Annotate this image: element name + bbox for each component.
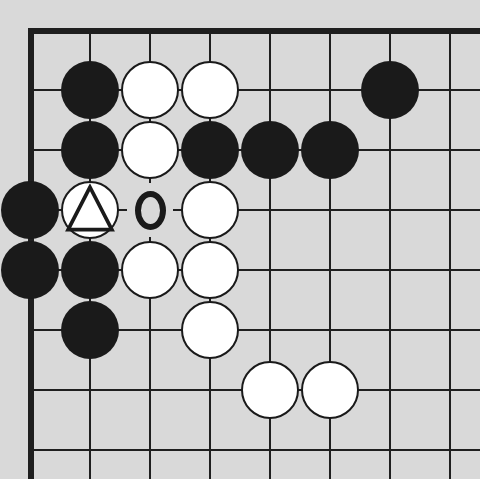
grid-line-v [149, 28, 151, 60]
board-point[interactable] [60, 360, 120, 420]
board-point[interactable] [120, 240, 180, 300]
grid-line-v [269, 300, 271, 360]
board-point[interactable] [180, 360, 240, 420]
black-stone [61, 61, 119, 119]
black-stone [1, 181, 59, 239]
grid-line-v [269, 28, 271, 60]
grid-line-v [28, 300, 34, 360]
board-point[interactable] [300, 60, 360, 120]
board-point[interactable] [240, 180, 300, 240]
grid-line-v [329, 180, 331, 240]
board-point[interactable] [120, 420, 180, 479]
board-point[interactable] [420, 300, 480, 360]
grid-line-v [329, 300, 331, 360]
grid-line-v [269, 420, 271, 479]
grid-line-v [269, 180, 271, 240]
board-point[interactable] [240, 0, 300, 60]
board-point[interactable] [360, 120, 420, 180]
grid-line-v [449, 300, 451, 360]
black-stone [301, 121, 359, 179]
board-point[interactable] [180, 180, 240, 240]
grid-line-v [389, 420, 391, 479]
white-stone [301, 361, 359, 419]
board-point[interactable] [180, 60, 240, 120]
board-point[interactable] [0, 420, 60, 479]
board-point[interactable] [420, 60, 480, 120]
board-point[interactable] [300, 0, 360, 60]
grid-line-v [449, 180, 451, 240]
grid-line-v [209, 420, 211, 479]
board-point[interactable] [0, 360, 60, 420]
grid-line-v [389, 120, 391, 180]
board-point[interactable] [0, 0, 60, 60]
go-board [0, 0, 480, 479]
grid-line-v [329, 420, 331, 479]
grid-line-v [449, 60, 451, 120]
board-point[interactable] [180, 0, 240, 60]
grid-line-v [329, 60, 331, 120]
board-point[interactable] [360, 240, 420, 300]
board-point[interactable] [420, 0, 480, 60]
grid-line-v [28, 120, 34, 180]
white-stone [181, 301, 239, 359]
board-point[interactable] [180, 120, 240, 180]
board-point[interactable] [60, 420, 120, 479]
black-stone [1, 241, 59, 299]
board-point[interactable] [60, 180, 120, 240]
white-stone [121, 241, 179, 299]
board-point[interactable] [300, 300, 360, 360]
grid-line-v [89, 28, 91, 60]
board-point[interactable] [0, 300, 60, 360]
grid-line-v [209, 360, 211, 420]
black-stone [61, 121, 119, 179]
grid-line-v [269, 240, 271, 300]
grid-line-v [449, 420, 451, 479]
board-point[interactable] [420, 240, 480, 300]
board-point[interactable] [60, 300, 120, 360]
board-point[interactable] [360, 180, 420, 240]
black-stone [61, 241, 119, 299]
board-point[interactable] [120, 180, 180, 240]
board-point[interactable] [120, 0, 180, 60]
grid-line-v [149, 300, 151, 360]
board-point[interactable] [60, 60, 120, 120]
board-point[interactable] [360, 60, 420, 120]
board-point[interactable] [0, 180, 60, 240]
white-stone [181, 241, 239, 299]
board-point[interactable] [300, 240, 360, 300]
white-stone [181, 181, 239, 239]
board-point[interactable] [120, 60, 180, 120]
grid-line-v [28, 60, 34, 120]
black-stone [241, 121, 299, 179]
white-stone-triangle-marked [61, 181, 119, 239]
board-point[interactable] [300, 360, 360, 420]
board-point[interactable] [420, 180, 480, 240]
board-point[interactable] [420, 120, 480, 180]
grid-line-v [89, 420, 91, 479]
board-point[interactable] [360, 360, 420, 420]
grid-line-v [149, 360, 151, 420]
black-stone [361, 61, 419, 119]
board-point[interactable] [180, 240, 240, 300]
board-point[interactable] [60, 120, 120, 180]
white-stone [181, 61, 239, 119]
board-point[interactable] [240, 360, 300, 420]
board-point[interactable] [0, 60, 60, 120]
grid-line-v [389, 240, 391, 300]
board-point[interactable] [240, 60, 300, 120]
white-stone [241, 361, 299, 419]
board-point[interactable] [180, 420, 240, 479]
grid-line-v [28, 420, 34, 479]
grid-line-v [449, 120, 451, 180]
board-point[interactable] [0, 240, 60, 300]
circle-mark-icon [127, 183, 173, 237]
grid-line-v [89, 360, 91, 420]
white-stone [121, 121, 179, 179]
board-point[interactable] [0, 120, 60, 180]
board-point[interactable] [300, 120, 360, 180]
board-point[interactable] [360, 0, 420, 60]
board-point[interactable] [240, 240, 300, 300]
board-point[interactable] [300, 180, 360, 240]
grid-line-v [28, 360, 34, 420]
board-point[interactable] [120, 360, 180, 420]
board-point[interactable] [180, 300, 240, 360]
grid-line-v [329, 28, 331, 60]
board-point[interactable] [360, 420, 420, 479]
grid-line-v [329, 240, 331, 300]
board-point[interactable] [300, 420, 360, 479]
black-stone [181, 121, 239, 179]
board-point[interactable] [420, 420, 480, 479]
board-point[interactable] [360, 300, 420, 360]
board-point[interactable] [420, 360, 480, 420]
grid-line-v [449, 240, 451, 300]
triangle-mark-icon [63, 181, 117, 239]
grid-line-v [389, 360, 391, 420]
board-point[interactable] [60, 0, 120, 60]
grid-line-v [449, 28, 451, 60]
grid-line-v [269, 60, 271, 120]
board-point[interactable] [120, 120, 180, 180]
board-point[interactable] [240, 420, 300, 479]
grid-line-v [28, 28, 34, 60]
board-point[interactable] [60, 240, 120, 300]
white-stone [121, 61, 179, 119]
grid-line-v [149, 420, 151, 479]
grid-line-v [209, 28, 211, 60]
board-point[interactable] [240, 300, 300, 360]
circle-mark-ring [135, 191, 166, 230]
grid-line-v [389, 300, 391, 360]
board-point[interactable] [240, 120, 300, 180]
grid-line-v [389, 180, 391, 240]
board-point[interactable] [120, 300, 180, 360]
black-stone [61, 301, 119, 359]
grid-line-v [449, 360, 451, 420]
grid-line-v [389, 28, 391, 60]
